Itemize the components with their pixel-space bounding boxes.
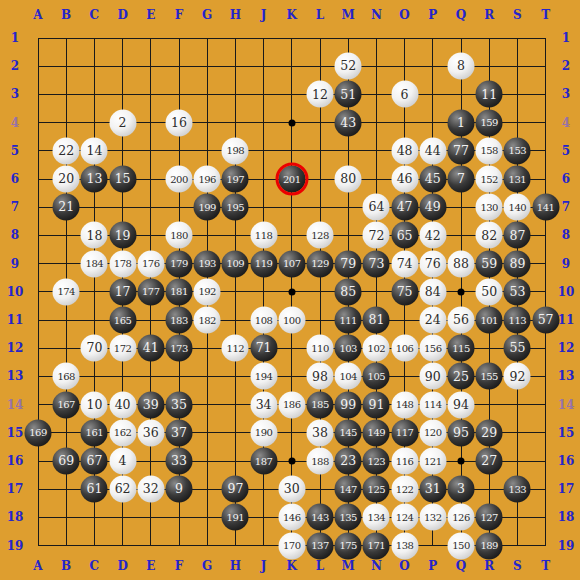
white-stone-N8: 72 bbox=[363, 222, 390, 249]
move-number: 43 bbox=[340, 116, 356, 129]
col-label-top-T: T bbox=[541, 8, 550, 22]
black-stone-Q13: 25 bbox=[448, 363, 475, 390]
black-stone-T11: 57 bbox=[532, 307, 559, 334]
black-stone-F9: 179 bbox=[166, 250, 193, 277]
white-stone-H12: 112 bbox=[222, 335, 249, 362]
white-stone-E15: 36 bbox=[137, 419, 164, 446]
move-number: 140 bbox=[509, 202, 527, 212]
black-stone-S10: 53 bbox=[504, 278, 531, 305]
move-number: 132 bbox=[424, 512, 442, 522]
move-number: 123 bbox=[368, 456, 386, 466]
go-board-diagram: AABBCCDDEEFFGGHHJJKKLLMMNNOOPPQQRRSSTT11… bbox=[0, 0, 580, 580]
black-stone-D11: 165 bbox=[109, 307, 136, 334]
move-number: 39 bbox=[143, 398, 159, 411]
white-stone-K14: 186 bbox=[278, 391, 305, 418]
move-number: 87 bbox=[509, 229, 525, 242]
move-number: 170 bbox=[283, 541, 301, 551]
move-number: 65 bbox=[397, 229, 413, 242]
white-stone-S13: 92 bbox=[504, 363, 531, 390]
black-stone-L18: 143 bbox=[307, 504, 334, 531]
black-stone-R16: 27 bbox=[476, 448, 503, 475]
black-stone-K9: 107 bbox=[278, 250, 305, 277]
move-number: 36 bbox=[143, 427, 159, 440]
black-stone-B7: 21 bbox=[53, 194, 80, 221]
move-number: 137 bbox=[311, 541, 329, 551]
move-number: 72 bbox=[368, 229, 384, 242]
move-number: 138 bbox=[396, 541, 414, 551]
move-number: 153 bbox=[509, 146, 527, 156]
move-number: 31 bbox=[425, 483, 441, 496]
black-stone-R3: 11 bbox=[476, 81, 503, 108]
white-stone-Q11: 56 bbox=[448, 307, 475, 334]
row-label-left-5: 5 bbox=[11, 144, 19, 158]
move-number: 110 bbox=[311, 343, 329, 353]
move-number: 4 bbox=[119, 455, 127, 468]
move-number: 198 bbox=[227, 146, 245, 156]
black-stone-F12: 173 bbox=[166, 335, 193, 362]
move-number: 52 bbox=[340, 60, 356, 73]
black-stone-P6: 45 bbox=[419, 166, 446, 193]
black-stone-H6: 197 bbox=[222, 166, 249, 193]
move-number: 7 bbox=[457, 173, 465, 186]
move-number: 85 bbox=[340, 286, 356, 299]
move-number: 195 bbox=[227, 202, 245, 212]
move-number: 171 bbox=[368, 541, 386, 551]
white-stone-P13: 90 bbox=[419, 363, 446, 390]
move-number: 41 bbox=[143, 342, 159, 355]
black-stone-T7: 141 bbox=[532, 194, 559, 221]
col-label-bottom-D: D bbox=[117, 559, 127, 573]
black-stone-N13: 105 bbox=[363, 363, 390, 390]
black-stone-N11: 81 bbox=[363, 307, 390, 334]
white-stone-B6: 20 bbox=[53, 166, 80, 193]
black-stone-R19: 189 bbox=[476, 532, 503, 559]
black-stone-M16: 23 bbox=[335, 448, 362, 475]
white-stone-R7: 130 bbox=[476, 194, 503, 221]
move-number: 90 bbox=[425, 370, 441, 383]
black-stone-M12: 103 bbox=[335, 335, 362, 362]
row-label-left-10: 10 bbox=[7, 285, 24, 299]
white-stone-P14: 114 bbox=[419, 391, 446, 418]
move-number: 105 bbox=[368, 371, 386, 381]
black-stone-H17: 97 bbox=[222, 476, 249, 503]
move-number: 191 bbox=[227, 512, 245, 522]
move-number: 197 bbox=[227, 174, 245, 184]
row-label-right-19: 19 bbox=[558, 539, 575, 553]
move-number: 187 bbox=[255, 456, 273, 466]
white-stone-J13: 194 bbox=[250, 363, 277, 390]
move-number: 34 bbox=[256, 398, 272, 411]
move-number: 44 bbox=[425, 145, 441, 158]
black-stone-Q6: 7 bbox=[448, 166, 475, 193]
star-point-Q16 bbox=[458, 458, 465, 465]
move-number: 194 bbox=[255, 371, 273, 381]
move-number: 51 bbox=[340, 88, 356, 101]
white-stone-E17: 32 bbox=[137, 476, 164, 503]
white-stone-F8: 180 bbox=[166, 222, 193, 249]
col-label-top-Q: Q bbox=[456, 8, 466, 22]
move-number: 24 bbox=[425, 314, 441, 327]
move-number: 131 bbox=[509, 174, 527, 184]
black-stone-D10: 17 bbox=[109, 278, 136, 305]
move-number: 200 bbox=[170, 174, 188, 184]
move-number: 45 bbox=[425, 173, 441, 186]
row-label-right-18: 18 bbox=[558, 510, 575, 524]
move-number: 67 bbox=[86, 455, 102, 468]
move-number: 141 bbox=[537, 202, 555, 212]
col-label-bottom-G: G bbox=[202, 559, 212, 573]
move-number: 127 bbox=[480, 512, 498, 522]
col-label-top-L: L bbox=[316, 8, 324, 22]
move-number: 64 bbox=[368, 201, 384, 214]
white-stone-G11: 182 bbox=[194, 307, 221, 334]
white-stone-G6: 196 bbox=[194, 166, 221, 193]
black-stone-B16: 69 bbox=[53, 448, 80, 475]
black-stone-Q12: 115 bbox=[448, 335, 475, 362]
move-number: 21 bbox=[58, 201, 74, 214]
white-stone-C12: 70 bbox=[81, 335, 108, 362]
black-stone-N16: 123 bbox=[363, 448, 390, 475]
move-number: 149 bbox=[368, 428, 386, 438]
black-stone-F14: 35 bbox=[166, 391, 193, 418]
black-stone-C17: 61 bbox=[81, 476, 108, 503]
row-label-right-8: 8 bbox=[562, 228, 570, 242]
black-stone-P17: 31 bbox=[419, 476, 446, 503]
move-number: 172 bbox=[114, 343, 132, 353]
move-number: 192 bbox=[198, 287, 216, 297]
white-stone-B5: 22 bbox=[53, 137, 80, 164]
move-number: 143 bbox=[311, 512, 329, 522]
row-label-left-14: 14 bbox=[7, 398, 24, 412]
move-number: 100 bbox=[283, 315, 301, 325]
row-label-left-2: 2 bbox=[11, 59, 19, 73]
row-label-left-11: 11 bbox=[7, 313, 24, 327]
white-stone-D9: 178 bbox=[109, 250, 136, 277]
move-number: 122 bbox=[396, 484, 414, 494]
black-stone-O7: 47 bbox=[391, 194, 418, 221]
move-number: 49 bbox=[425, 201, 441, 214]
black-stone-D6: 15 bbox=[109, 166, 136, 193]
black-stone-H7: 195 bbox=[222, 194, 249, 221]
row-label-right-17: 17 bbox=[558, 482, 575, 496]
white-stone-M6: 80 bbox=[335, 166, 362, 193]
white-stone-O18: 124 bbox=[391, 504, 418, 531]
col-label-bottom-K: K bbox=[287, 559, 297, 573]
row-label-left-4: 4 bbox=[11, 116, 19, 130]
black-stone-Q15: 95 bbox=[448, 419, 475, 446]
move-number: 104 bbox=[339, 371, 357, 381]
white-stone-O5: 48 bbox=[391, 137, 418, 164]
col-label-top-B: B bbox=[61, 8, 71, 22]
move-number: 165 bbox=[114, 315, 132, 325]
col-label-bottom-P: P bbox=[428, 559, 437, 573]
move-number: 61 bbox=[86, 483, 102, 496]
black-stone-M4: 43 bbox=[335, 109, 362, 136]
move-number: 178 bbox=[114, 259, 132, 269]
black-stone-C16: 67 bbox=[81, 448, 108, 475]
move-number: 16 bbox=[171, 116, 187, 129]
white-stone-O17: 122 bbox=[391, 476, 418, 503]
col-label-bottom-B: B bbox=[61, 559, 71, 573]
move-number: 77 bbox=[453, 145, 469, 158]
white-stone-L15: 38 bbox=[307, 419, 334, 446]
col-label-bottom-A: A bbox=[33, 559, 42, 573]
move-number: 57 bbox=[538, 314, 554, 327]
black-stone-J16: 187 bbox=[250, 448, 277, 475]
black-stone-S6: 131 bbox=[504, 166, 531, 193]
move-number: 38 bbox=[312, 427, 328, 440]
col-label-top-D: D bbox=[117, 8, 127, 22]
white-stone-C5: 14 bbox=[81, 137, 108, 164]
row-label-right-1: 1 bbox=[562, 31, 570, 45]
black-stone-F15: 37 bbox=[166, 419, 193, 446]
move-number: 155 bbox=[480, 371, 498, 381]
black-stone-R9: 59 bbox=[476, 250, 503, 277]
black-stone-S12: 55 bbox=[504, 335, 531, 362]
move-number: 134 bbox=[368, 512, 386, 522]
white-stone-J11: 108 bbox=[250, 307, 277, 334]
black-stone-K6: 201 bbox=[278, 166, 305, 193]
move-number: 176 bbox=[142, 259, 160, 269]
white-stone-K17: 30 bbox=[278, 476, 305, 503]
move-number: 150 bbox=[452, 541, 470, 551]
white-stone-N7: 64 bbox=[363, 194, 390, 221]
move-number: 118 bbox=[255, 230, 273, 240]
move-number: 182 bbox=[198, 315, 216, 325]
black-stone-R11: 101 bbox=[476, 307, 503, 334]
white-stone-J14: 34 bbox=[250, 391, 277, 418]
move-number: 113 bbox=[509, 315, 527, 325]
black-stone-F16: 33 bbox=[166, 448, 193, 475]
move-number: 147 bbox=[339, 484, 357, 494]
move-number: 55 bbox=[509, 342, 525, 355]
move-number: 193 bbox=[198, 259, 216, 269]
black-stone-M3: 51 bbox=[335, 81, 362, 108]
col-label-top-G: G bbox=[202, 8, 212, 22]
move-number: 56 bbox=[453, 314, 469, 327]
move-number: 179 bbox=[170, 259, 188, 269]
white-stone-N12: 102 bbox=[363, 335, 390, 362]
white-stone-K19: 170 bbox=[278, 532, 305, 559]
move-number: 97 bbox=[227, 483, 243, 496]
move-number: 23 bbox=[340, 455, 356, 468]
move-number: 25 bbox=[453, 370, 469, 383]
row-label-right-4: 4 bbox=[562, 116, 570, 130]
black-stone-R4: 159 bbox=[476, 109, 503, 136]
move-number: 1 bbox=[457, 116, 465, 129]
move-number: 162 bbox=[114, 428, 132, 438]
move-number: 95 bbox=[453, 427, 469, 440]
black-stone-E10: 177 bbox=[137, 278, 164, 305]
black-stone-O15: 117 bbox=[391, 419, 418, 446]
white-stone-L12: 110 bbox=[307, 335, 334, 362]
move-number: 46 bbox=[397, 173, 413, 186]
move-number: 9 bbox=[175, 483, 183, 496]
move-number: 185 bbox=[311, 400, 329, 410]
black-stone-B14: 167 bbox=[53, 391, 80, 418]
white-stone-D12: 172 bbox=[109, 335, 136, 362]
black-stone-J9: 119 bbox=[250, 250, 277, 277]
black-stone-M19: 175 bbox=[335, 532, 362, 559]
move-number: 99 bbox=[340, 398, 356, 411]
row-label-left-8: 8 bbox=[11, 228, 19, 242]
move-number: 114 bbox=[424, 400, 442, 410]
move-number: 180 bbox=[170, 230, 188, 240]
row-label-right-11: 11 bbox=[558, 313, 575, 327]
move-number: 109 bbox=[227, 259, 245, 269]
move-number: 184 bbox=[86, 259, 104, 269]
white-stone-K11: 100 bbox=[278, 307, 305, 334]
col-label-top-N: N bbox=[371, 8, 382, 22]
col-label-bottom-H: H bbox=[230, 559, 241, 573]
row-label-left-3: 3 bbox=[11, 87, 19, 101]
move-number: 145 bbox=[339, 428, 357, 438]
col-label-top-A: A bbox=[33, 8, 42, 22]
star-point-Q10 bbox=[458, 288, 465, 295]
move-number: 50 bbox=[481, 286, 497, 299]
row-label-left-13: 13 bbox=[7, 369, 24, 383]
row-label-right-13: 13 bbox=[558, 369, 575, 383]
move-number: 29 bbox=[481, 427, 497, 440]
col-label-top-P: P bbox=[428, 8, 437, 22]
row-label-right-2: 2 bbox=[562, 59, 570, 73]
move-number: 135 bbox=[339, 512, 357, 522]
row-label-right-14: 14 bbox=[558, 398, 575, 412]
col-label-bottom-N: N bbox=[371, 559, 382, 573]
row-label-left-7: 7 bbox=[11, 200, 19, 214]
black-stone-S8: 87 bbox=[504, 222, 531, 249]
row-label-left-16: 16 bbox=[7, 454, 24, 468]
col-label-bottom-J: J bbox=[261, 559, 267, 573]
white-stone-J8: 118 bbox=[250, 222, 277, 249]
col-label-bottom-S: S bbox=[513, 559, 522, 573]
black-stone-L14: 185 bbox=[307, 391, 334, 418]
col-label-bottom-R: R bbox=[484, 559, 494, 573]
move-number: 48 bbox=[397, 145, 413, 158]
white-stone-L13: 98 bbox=[307, 363, 334, 390]
move-number: 19 bbox=[115, 229, 131, 242]
white-stone-P5: 44 bbox=[419, 137, 446, 164]
white-stone-G10: 192 bbox=[194, 278, 221, 305]
white-stone-C8: 18 bbox=[81, 222, 108, 249]
move-number: 59 bbox=[481, 257, 497, 270]
move-number: 70 bbox=[86, 342, 102, 355]
white-stone-K18: 146 bbox=[278, 504, 305, 531]
white-stone-B10: 174 bbox=[53, 278, 80, 305]
black-stone-S17: 133 bbox=[504, 476, 531, 503]
white-stone-P8: 42 bbox=[419, 222, 446, 249]
move-number: 92 bbox=[509, 370, 525, 383]
white-stone-L16: 188 bbox=[307, 448, 334, 475]
white-stone-E9: 176 bbox=[137, 250, 164, 277]
black-stone-L19: 137 bbox=[307, 532, 334, 559]
move-number: 71 bbox=[256, 342, 272, 355]
col-label-top-S: S bbox=[513, 8, 522, 22]
white-stone-O12: 106 bbox=[391, 335, 418, 362]
white-stone-P9: 76 bbox=[419, 250, 446, 277]
black-stone-O8: 65 bbox=[391, 222, 418, 249]
col-label-top-H: H bbox=[230, 8, 241, 22]
move-number: 159 bbox=[480, 118, 498, 128]
row-label-left-15: 15 bbox=[7, 426, 24, 440]
move-number: 175 bbox=[339, 541, 357, 551]
black-stone-M18: 135 bbox=[335, 504, 362, 531]
white-stone-Q9: 88 bbox=[448, 250, 475, 277]
white-stone-C14: 10 bbox=[81, 391, 108, 418]
white-stone-J15: 190 bbox=[250, 419, 277, 446]
black-stone-M9: 79 bbox=[335, 250, 362, 277]
white-stone-Q19: 150 bbox=[448, 532, 475, 559]
black-stone-N9: 73 bbox=[363, 250, 390, 277]
move-number: 33 bbox=[171, 455, 187, 468]
move-number: 121 bbox=[424, 456, 442, 466]
move-number: 18 bbox=[86, 229, 102, 242]
move-number: 181 bbox=[170, 287, 188, 297]
move-number: 189 bbox=[480, 541, 498, 551]
move-number: 17 bbox=[115, 286, 131, 299]
row-label-left-9: 9 bbox=[11, 257, 19, 271]
row-label-right-10: 10 bbox=[558, 285, 575, 299]
white-stone-L8: 128 bbox=[307, 222, 334, 249]
black-stone-A15: 169 bbox=[25, 419, 52, 446]
move-number: 201 bbox=[283, 174, 301, 184]
black-stone-N15: 149 bbox=[363, 419, 390, 446]
row-label-right-5: 5 bbox=[562, 144, 570, 158]
move-number: 107 bbox=[283, 259, 301, 269]
col-label-top-J: J bbox=[261, 8, 267, 22]
white-stone-P12: 156 bbox=[419, 335, 446, 362]
col-label-bottom-M: M bbox=[342, 559, 355, 573]
black-stone-P7: 49 bbox=[419, 194, 446, 221]
col-label-bottom-C: C bbox=[90, 559, 100, 573]
white-stone-C9: 184 bbox=[81, 250, 108, 277]
white-stone-O16: 116 bbox=[391, 448, 418, 475]
move-number: 91 bbox=[368, 398, 384, 411]
col-label-top-M: M bbox=[342, 8, 355, 22]
move-number: 120 bbox=[424, 428, 442, 438]
move-number: 74 bbox=[397, 257, 413, 270]
col-label-top-K: K bbox=[287, 8, 297, 22]
move-number: 42 bbox=[425, 229, 441, 242]
move-number: 94 bbox=[453, 398, 469, 411]
row-label-left-12: 12 bbox=[7, 341, 24, 355]
col-label-top-O: O bbox=[399, 8, 409, 22]
white-stone-D15: 162 bbox=[109, 419, 136, 446]
move-number: 84 bbox=[425, 286, 441, 299]
move-number: 22 bbox=[58, 145, 74, 158]
move-number: 82 bbox=[481, 229, 497, 242]
move-number: 69 bbox=[58, 455, 74, 468]
move-number: 133 bbox=[509, 484, 527, 494]
white-stone-B13: 168 bbox=[53, 363, 80, 390]
row-label-right-15: 15 bbox=[558, 426, 575, 440]
move-number: 146 bbox=[283, 512, 301, 522]
move-number: 188 bbox=[311, 456, 329, 466]
move-number: 75 bbox=[397, 286, 413, 299]
move-number: 80 bbox=[340, 173, 356, 186]
move-number: 73 bbox=[368, 257, 384, 270]
black-stone-E12: 41 bbox=[137, 335, 164, 362]
move-number: 30 bbox=[284, 483, 300, 496]
move-number: 98 bbox=[312, 370, 328, 383]
row-label-left-18: 18 bbox=[7, 510, 24, 524]
black-stone-R13: 155 bbox=[476, 363, 503, 390]
col-label-bottom-Q: Q bbox=[456, 559, 466, 573]
black-stone-N17: 125 bbox=[363, 476, 390, 503]
grid-line-vertical bbox=[545, 38, 546, 547]
black-stone-R15: 29 bbox=[476, 419, 503, 446]
row-label-right-6: 6 bbox=[562, 172, 570, 186]
